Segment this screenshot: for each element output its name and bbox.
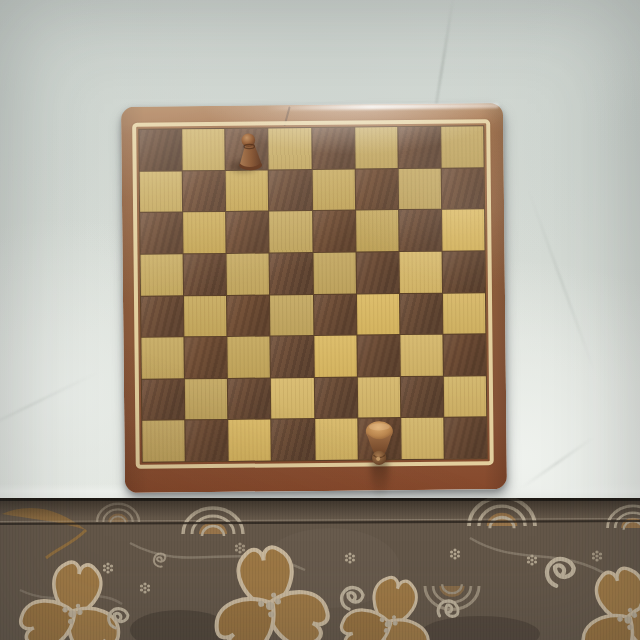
- square-c1: [229, 420, 272, 461]
- square-e4: [313, 294, 356, 335]
- square-f5: [356, 252, 399, 293]
- square-g7: [398, 168, 441, 209]
- square-d5: [270, 253, 313, 294]
- square-a6: [140, 213, 183, 254]
- upholstery-fabric: [0, 498, 640, 640]
- board-scratch: [283, 106, 290, 126]
- square-f8: [355, 127, 398, 168]
- square-d3: [271, 336, 314, 377]
- square-f2: [357, 377, 400, 418]
- square-c7: [226, 170, 269, 211]
- square-e2: [314, 377, 357, 418]
- square-a3: [141, 337, 184, 378]
- square-d7: [269, 170, 312, 211]
- square-e5: [313, 252, 356, 293]
- square-g2: [401, 376, 444, 417]
- square-a2: [142, 379, 185, 420]
- square-f6: [356, 210, 399, 251]
- square-g6: [399, 210, 442, 251]
- square-f1: [358, 418, 401, 459]
- square-a4: [141, 296, 184, 337]
- square-h7: [442, 168, 485, 209]
- square-h8: [441, 126, 484, 167]
- square-h1: [444, 418, 487, 459]
- square-a1: [142, 421, 185, 462]
- chessboard-grid: [138, 125, 487, 463]
- square-c4: [227, 295, 270, 336]
- square-e8: [312, 128, 355, 169]
- square-h6: [442, 209, 485, 250]
- square-g5: [399, 252, 442, 293]
- square-b7: [183, 171, 226, 212]
- square-g8: [398, 127, 441, 168]
- square-e6: [313, 211, 356, 252]
- square-b5: [184, 254, 227, 295]
- square-h2: [444, 376, 487, 417]
- square-c6: [226, 212, 269, 253]
- square-b8: [182, 129, 225, 170]
- square-d1: [272, 419, 315, 460]
- chess-board: [121, 103, 507, 493]
- square-f7: [355, 169, 398, 210]
- square-a5: [141, 254, 184, 295]
- square-h4: [443, 293, 486, 334]
- square-b3: [185, 337, 228, 378]
- fabric-pattern: [0, 498, 640, 640]
- square-b2: [185, 379, 228, 420]
- square-d4: [270, 295, 313, 336]
- square-d2: [271, 378, 314, 419]
- square-a7: [140, 171, 183, 212]
- square-e1: [315, 419, 358, 460]
- square-c8: [225, 128, 268, 169]
- square-b6: [183, 212, 226, 253]
- square-a8: [139, 129, 182, 170]
- photo-scene: [0, 0, 640, 640]
- square-h3: [443, 334, 486, 375]
- square-f4: [357, 294, 400, 335]
- square-f3: [357, 335, 400, 376]
- square-c2: [228, 378, 271, 419]
- square-e7: [312, 169, 355, 210]
- square-c5: [227, 253, 270, 294]
- square-g3: [400, 335, 443, 376]
- square-d8: [269, 128, 312, 169]
- square-b1: [185, 420, 228, 461]
- square-h5: [442, 251, 485, 292]
- square-d6: [269, 211, 312, 252]
- square-b4: [184, 295, 227, 336]
- square-c3: [228, 337, 271, 378]
- square-e3: [314, 336, 357, 377]
- square-g1: [401, 418, 444, 459]
- square-g4: [400, 293, 443, 334]
